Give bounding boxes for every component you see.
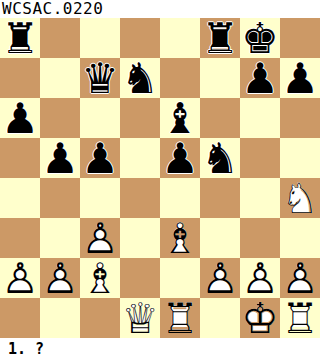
square-a7[interactable] xyxy=(0,58,40,98)
white-rook[interactable]: ♜♖ xyxy=(160,298,200,338)
black-knight[interactable]: ♞ xyxy=(200,138,240,178)
square-f3[interactable] xyxy=(200,218,240,258)
black-rook[interactable]: ♜ xyxy=(200,18,240,58)
square-c8[interactable] xyxy=(80,18,120,58)
chess-app-window: WCSAC.0220 ♜♜♚♛♞♟♟♟♝♟♟♟♞♞♘♟♙♝♗♟♙♟♙♝♗♟♙♟♙… xyxy=(0,0,320,360)
square-b6[interactable] xyxy=(40,98,80,138)
black-queen[interactable]: ♛ xyxy=(80,58,120,98)
square-e2[interactable] xyxy=(160,258,200,298)
square-d7[interactable]: ♞ xyxy=(120,58,160,98)
black-knight[interactable]: ♞ xyxy=(120,58,160,98)
piece-outline: ♗ xyxy=(81,258,119,300)
piece-outline: ♘ xyxy=(281,178,319,220)
square-b1[interactable] xyxy=(40,298,80,338)
square-h6[interactable] xyxy=(280,98,320,138)
square-f5[interactable]: ♞ xyxy=(200,138,240,178)
square-g4[interactable] xyxy=(240,178,280,218)
square-h5[interactable] xyxy=(280,138,320,178)
white-knight[interactable]: ♞♘ xyxy=(280,178,320,218)
square-a4[interactable] xyxy=(0,178,40,218)
square-a5[interactable] xyxy=(0,138,40,178)
square-b7[interactable] xyxy=(40,58,80,98)
square-c2[interactable]: ♝♗ xyxy=(80,258,120,298)
square-h4[interactable]: ♞♘ xyxy=(280,178,320,218)
square-c5[interactable]: ♟ xyxy=(80,138,120,178)
square-f7[interactable] xyxy=(200,58,240,98)
square-b3[interactable] xyxy=(40,218,80,258)
square-c6[interactable] xyxy=(80,98,120,138)
square-g3[interactable] xyxy=(240,218,280,258)
square-c7[interactable]: ♛ xyxy=(80,58,120,98)
chess-board: ♜♜♚♛♞♟♟♟♝♟♟♟♞♞♘♟♙♝♗♟♙♟♙♝♗♟♙♟♙♟♙♛♕♜♖♚♔♜♖ xyxy=(0,18,320,338)
square-f6[interactable] xyxy=(200,98,240,138)
square-c1[interactable] xyxy=(80,298,120,338)
square-g8[interactable]: ♚ xyxy=(240,18,280,58)
square-h2[interactable]: ♟♙ xyxy=(280,258,320,298)
black-pawn[interactable]: ♟ xyxy=(240,58,280,98)
square-d2[interactable] xyxy=(120,258,160,298)
square-f1[interactable] xyxy=(200,298,240,338)
square-e4[interactable] xyxy=(160,178,200,218)
move-prompt: 1. ? xyxy=(8,338,44,360)
square-g6[interactable] xyxy=(240,98,280,138)
square-h8[interactable] xyxy=(280,18,320,58)
square-e3[interactable]: ♝♗ xyxy=(160,218,200,258)
square-g5[interactable] xyxy=(240,138,280,178)
black-rook[interactable]: ♜ xyxy=(0,18,40,58)
piece-outline: ♔ xyxy=(241,298,279,340)
square-e6[interactable]: ♝ xyxy=(160,98,200,138)
square-b5[interactable]: ♟ xyxy=(40,138,80,178)
square-c3[interactable]: ♟♙ xyxy=(80,218,120,258)
piece-outline: ♙ xyxy=(41,258,79,300)
white-pawn[interactable]: ♟♙ xyxy=(240,258,280,298)
square-a2[interactable]: ♟♙ xyxy=(0,258,40,298)
square-e7[interactable] xyxy=(160,58,200,98)
white-pawn[interactable]: ♟♙ xyxy=(0,258,40,298)
square-d3[interactable] xyxy=(120,218,160,258)
piece-outline: ♖ xyxy=(281,298,319,340)
square-a1[interactable] xyxy=(0,298,40,338)
square-g7[interactable]: ♟ xyxy=(240,58,280,98)
square-d6[interactable] xyxy=(120,98,160,138)
white-king[interactable]: ♚♔ xyxy=(240,298,280,338)
piece-outline: ♗ xyxy=(161,218,199,260)
square-g1[interactable]: ♚♔ xyxy=(240,298,280,338)
black-pawn[interactable]: ♟ xyxy=(40,138,80,178)
piece-outline: ♖ xyxy=(161,298,199,340)
square-d4[interactable] xyxy=(120,178,160,218)
white-pawn[interactable]: ♟♙ xyxy=(280,258,320,298)
black-pawn[interactable]: ♟ xyxy=(160,138,200,178)
square-h7[interactable]: ♟ xyxy=(280,58,320,98)
square-f8[interactable]: ♜ xyxy=(200,18,240,58)
black-king[interactable]: ♚ xyxy=(240,18,280,58)
square-e1[interactable]: ♜♖ xyxy=(160,298,200,338)
square-f4[interactable] xyxy=(200,178,240,218)
square-b8[interactable] xyxy=(40,18,80,58)
square-f2[interactable]: ♟♙ xyxy=(200,258,240,298)
white-bishop[interactable]: ♝♗ xyxy=(80,258,120,298)
square-b2[interactable]: ♟♙ xyxy=(40,258,80,298)
piece-outline: ♕ xyxy=(121,298,159,340)
white-pawn[interactable]: ♟♙ xyxy=(80,218,120,258)
square-e8[interactable] xyxy=(160,18,200,58)
square-g2[interactable]: ♟♙ xyxy=(240,258,280,298)
square-a6[interactable]: ♟ xyxy=(0,98,40,138)
white-pawn[interactable]: ♟♙ xyxy=(200,258,240,298)
square-d1[interactable]: ♛♕ xyxy=(120,298,160,338)
black-bishop[interactable]: ♝ xyxy=(160,98,200,138)
black-pawn[interactable]: ♟ xyxy=(280,58,320,98)
piece-outline: ♙ xyxy=(1,258,39,300)
square-h3[interactable] xyxy=(280,218,320,258)
square-h1[interactable]: ♜♖ xyxy=(280,298,320,338)
black-pawn[interactable]: ♟ xyxy=(80,138,120,178)
white-pawn[interactable]: ♟♙ xyxy=(40,258,80,298)
square-a3[interactable] xyxy=(0,218,40,258)
square-d8[interactable] xyxy=(120,18,160,58)
square-e5[interactable]: ♟ xyxy=(160,138,200,178)
black-pawn[interactable]: ♟ xyxy=(0,98,40,138)
square-a8[interactable]: ♜ xyxy=(0,18,40,58)
square-d5[interactable] xyxy=(120,138,160,178)
white-queen[interactable]: ♛♕ xyxy=(120,298,160,338)
square-b4[interactable] xyxy=(40,178,80,218)
square-c4[interactable] xyxy=(80,178,120,218)
white-bishop[interactable]: ♝♗ xyxy=(160,218,200,258)
piece-outline: ♙ xyxy=(201,258,239,300)
white-rook[interactable]: ♜♖ xyxy=(280,298,320,338)
